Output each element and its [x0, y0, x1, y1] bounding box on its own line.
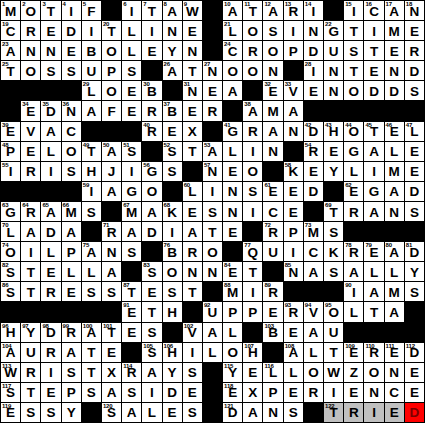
cell-r20c5[interactable]: S — [82, 383, 102, 403]
cell-r4c2[interactable]: O — [21, 61, 41, 81]
cell-r12c8[interactable]: D — [142, 222, 162, 242]
cell-r15c2[interactable]: T — [21, 282, 41, 302]
cell-r12c2[interactable]: A — [21, 222, 41, 242]
cell-r21c10[interactable]: S — [183, 403, 203, 423]
cell-r20c14[interactable]: P — [263, 383, 283, 403]
cell-r4c10[interactable]: T — [183, 61, 203, 81]
cell-r15c1[interactable]: 86S — [1, 282, 21, 302]
cell-r20c18[interactable]: E — [344, 383, 364, 403]
cell-r9c9[interactable]: S — [163, 162, 183, 182]
cell-r18c4[interactable]: A — [62, 343, 82, 363]
cell-r3c9[interactable]: Y — [163, 41, 183, 61]
cell-r18c1[interactable]: 104A — [1, 343, 21, 363]
cell-r3c20[interactable]: E — [385, 41, 405, 61]
cell-r13c9[interactable]: 76B — [163, 242, 183, 262]
cell-r9c21[interactable]: E — [405, 162, 425, 182]
cell-r1c19[interactable]: 16C — [364, 1, 384, 21]
cell-r17c3[interactable]: 98D — [41, 323, 61, 343]
cell-r5c7[interactable]: E — [122, 81, 142, 101]
cell-r19c14[interactable]: 116L — [263, 363, 283, 383]
cell-r1c15[interactable]: 13R — [284, 1, 304, 21]
cell-r10c14[interactable]: 61E — [263, 182, 283, 202]
cell-r20c10[interactable]: E — [183, 383, 203, 403]
cell-r3c10[interactable]: N — [183, 41, 203, 61]
cell-r3c3[interactable]: N — [41, 41, 61, 61]
cell-r19c3[interactable]: I — [41, 363, 61, 383]
cell-r2c4[interactable]: D — [62, 21, 82, 41]
cell-r18c10[interactable]: I — [183, 343, 203, 363]
cell-r1c20[interactable]: 17A — [385, 1, 405, 21]
cell-r19c2[interactable]: R — [21, 363, 41, 383]
cell-r3c15[interactable]: P — [284, 41, 304, 61]
cell-r10c10[interactable]: 60L — [183, 182, 203, 202]
cell-r4c14[interactable]: N — [263, 61, 283, 81]
cell-r21c2[interactable]: S — [21, 403, 41, 423]
cell-r18c15[interactable]: 108A — [284, 343, 304, 363]
cell-r19c12[interactable]: 115Y — [223, 363, 243, 383]
cell-r2c8[interactable]: I — [142, 21, 162, 41]
cell-r2c15[interactable]: I — [284, 21, 304, 41]
cell-r16c20[interactable]: A — [385, 302, 405, 322]
cell-r9c11[interactable]: 57N — [203, 162, 223, 182]
cell-r18c19[interactable]: 110R — [364, 343, 384, 363]
cell-r19c20[interactable]: N — [385, 363, 405, 383]
cell-r20c9[interactable]: D — [163, 383, 183, 403]
cell-r18c21[interactable]: 112D — [405, 343, 425, 363]
cell-r19c19[interactable]: O — [364, 363, 384, 383]
cell-r18c17[interactable]: T — [324, 343, 344, 363]
cell-r11c17[interactable]: 69T — [324, 202, 344, 222]
cell-r14c17[interactable]: S — [324, 262, 344, 282]
cell-r18c20[interactable]: 111E — [385, 343, 405, 363]
cell-r6c15[interactable]: A — [284, 101, 304, 121]
cell-r6c6[interactable]: F — [102, 101, 122, 121]
cell-r2c9[interactable]: N — [163, 21, 183, 41]
cell-r5c18[interactable]: O — [344, 81, 364, 101]
cell-r13c3[interactable]: L — [41, 242, 61, 262]
cell-r14c1[interactable]: 82S — [1, 262, 21, 282]
cell-r8c18[interactable]: G — [344, 142, 364, 162]
cell-r11c9[interactable]: 68K — [163, 202, 183, 222]
cell-r5c19[interactable]: D — [364, 81, 384, 101]
cell-r18c8[interactable]: 105S — [142, 343, 162, 363]
cell-r19c18[interactable]: Z — [344, 363, 364, 383]
cell-r10c7[interactable]: G — [122, 182, 142, 202]
cell-r7c1[interactable]: 39E — [1, 122, 21, 142]
cell-r12c17[interactable]: S — [324, 222, 344, 242]
cell-r19c21[interactable]: E — [405, 363, 425, 383]
cell-r11c20[interactable]: N — [385, 202, 405, 222]
cell-r6c2[interactable]: 34E — [21, 101, 41, 121]
cell-r14c13[interactable]: T — [243, 262, 263, 282]
cell-r14c10[interactable]: N — [183, 262, 203, 282]
cell-r1c2[interactable]: 2O — [21, 1, 41, 21]
cell-r6c4[interactable]: 36N — [62, 101, 82, 121]
cell-r15c3[interactable]: R — [41, 282, 61, 302]
cell-r11c21[interactable]: S — [405, 202, 425, 222]
cell-r21c7[interactable]: A — [122, 403, 142, 423]
cell-r4c1[interactable]: 25T — [1, 61, 21, 81]
cell-r10c19[interactable]: G — [364, 182, 384, 202]
cell-r9c17[interactable]: Y — [324, 162, 344, 182]
cell-r7c17[interactable]: 43H — [324, 122, 344, 142]
cell-r21c18[interactable]: R — [344, 403, 364, 423]
cell-r13c18[interactable]: 78R — [344, 242, 364, 262]
cell-r15c21[interactable]: S — [405, 282, 425, 302]
cell-r14c15[interactable]: 85N — [284, 262, 304, 282]
cell-r19c10[interactable]: S — [183, 363, 203, 383]
cell-r1c8[interactable]: 7T — [142, 1, 162, 21]
cell-r7c4[interactable]: C — [62, 122, 82, 142]
cell-r16c7[interactable]: 91E — [122, 302, 142, 322]
cell-r1c9[interactable]: 8A — [163, 1, 183, 21]
cell-r18c9[interactable]: 106H — [163, 343, 183, 363]
cell-r14c9[interactable]: O — [163, 262, 183, 282]
cell-r16c15[interactable]: 93R — [284, 302, 304, 322]
cell-r18c12[interactable]: O — [223, 343, 243, 363]
cell-r19c16[interactable]: O — [304, 363, 324, 383]
cell-r19c17[interactable]: W — [324, 363, 344, 383]
cell-r11c19[interactable]: A — [364, 202, 384, 222]
cell-r6c13[interactable]: 38A — [243, 101, 263, 121]
cell-r16c11[interactable]: 92U — [203, 302, 223, 322]
cell-r3c17[interactable]: U — [324, 41, 344, 61]
cell-r12c10[interactable]: A — [183, 222, 203, 242]
cell-r6c10[interactable]: E — [183, 101, 203, 121]
cell-r4c6[interactable]: P — [102, 61, 122, 81]
cell-r3c8[interactable]: E — [142, 41, 162, 61]
cell-r13c17[interactable]: K — [324, 242, 344, 262]
cell-r20c12[interactable]: 118E — [223, 383, 243, 403]
cell-r14c19[interactable]: L — [364, 262, 384, 282]
cell-r4c19[interactable]: E — [364, 61, 384, 81]
cell-r15c14[interactable]: 89R — [263, 282, 283, 302]
cell-r4c13[interactable]: O — [243, 61, 263, 81]
cell-r21c13[interactable]: A — [243, 403, 263, 423]
cell-r18c13[interactable]: 107H — [243, 343, 263, 363]
cell-r9c8[interactable]: 56G — [142, 162, 162, 182]
cell-r3c18[interactable]: S — [344, 41, 364, 61]
cell-r10c15[interactable]: E — [284, 182, 304, 202]
cell-r7c18[interactable]: 44O — [344, 122, 364, 142]
cell-r7c3[interactable]: A — [41, 122, 61, 142]
cell-r19c4[interactable]: S — [62, 363, 82, 383]
cell-r20c2[interactable]: T — [21, 383, 41, 403]
cell-r7c10[interactable]: X — [183, 122, 203, 142]
cell-r11c14[interactable]: C — [263, 202, 283, 222]
cell-r2c20[interactable]: M — [385, 21, 405, 41]
cell-r4c17[interactable]: N — [324, 61, 344, 81]
cell-r20c4[interactable]: P — [62, 383, 82, 403]
cell-r20c15[interactable]: E — [284, 383, 304, 403]
cell-r11c15[interactable]: E — [284, 202, 304, 222]
cell-r3c4[interactable]: E — [62, 41, 82, 61]
cell-r5c20[interactable]: D — [385, 81, 405, 101]
cell-r2c5[interactable]: I — [82, 21, 102, 41]
cell-r14c4[interactable]: L — [62, 262, 82, 282]
cell-r7c12[interactable]: 41G — [223, 122, 243, 142]
cell-r2c7[interactable]: L — [122, 21, 142, 41]
cell-r8c19[interactable]: A — [364, 142, 384, 162]
cell-r17c14[interactable]: 103B — [263, 323, 283, 343]
cell-r15c6[interactable]: S — [102, 282, 122, 302]
cell-r14c21[interactable]: Y — [405, 262, 425, 282]
cell-r4c21[interactable]: D — [405, 61, 425, 81]
cell-r19c9[interactable]: Y — [163, 363, 183, 383]
cell-r8c2[interactable]: E — [21, 142, 41, 162]
cell-r13c4[interactable]: P — [62, 242, 82, 262]
cell-r16c13[interactable]: P — [243, 302, 263, 322]
cell-r9c7[interactable]: I — [122, 162, 142, 182]
cell-r7c2[interactable]: V — [21, 122, 41, 142]
cell-r15c13[interactable]: I — [243, 282, 263, 302]
cell-r17c7[interactable]: E — [122, 323, 142, 343]
cell-r3c6[interactable]: O — [102, 41, 122, 61]
cell-r20c7[interactable]: S — [122, 383, 142, 403]
cell-r3c13[interactable]: R — [243, 41, 263, 61]
cell-r2c14[interactable]: S — [263, 21, 283, 41]
cell-r13c19[interactable]: 79E — [364, 242, 384, 262]
cell-r14c5[interactable]: L — [82, 262, 102, 282]
cell-r8c21[interactable]: E — [405, 142, 425, 162]
cell-r4c3[interactable]: S — [41, 61, 61, 81]
cell-r13c14[interactable]: U — [263, 242, 283, 262]
cell-r1c12[interactable]: 10A — [223, 1, 243, 21]
cell-r11c10[interactable]: E — [183, 202, 203, 222]
cell-r10c16[interactable]: D — [304, 182, 324, 202]
cell-r9c20[interactable]: M — [385, 162, 405, 182]
cell-r11c3[interactable]: 65A — [41, 202, 61, 222]
cell-r8c4[interactable]: O — [62, 142, 82, 162]
cell-r19c13[interactable]: E — [243, 363, 263, 383]
cell-r15c8[interactable]: E — [142, 282, 162, 302]
cell-r1c10[interactable]: 9W — [183, 1, 203, 21]
cell-r20c8[interactable]: I — [142, 383, 162, 403]
cell-r9c15[interactable]: 58K — [284, 162, 304, 182]
cell-r13c15[interactable]: I — [284, 242, 304, 262]
cell-r13c10[interactable]: R — [183, 242, 203, 262]
cell-r13c21[interactable]: 81D — [405, 242, 425, 262]
cell-r21c17[interactable]: 122T — [324, 403, 344, 423]
cell-r18c11[interactable]: L — [203, 343, 223, 363]
cell-r12c3[interactable]: D — [41, 222, 61, 242]
cell-r15c19[interactable]: A — [364, 282, 384, 302]
cell-r1c18[interactable]: 15I — [344, 1, 364, 21]
cell-r7c21[interactable]: 47L — [405, 122, 425, 142]
cell-r9c3[interactable]: I — [41, 162, 61, 182]
cell-r14c2[interactable]: T — [21, 262, 41, 282]
cell-r15c10[interactable]: T — [183, 282, 203, 302]
cell-r11c11[interactable]: S — [203, 202, 223, 222]
cell-r18c3[interactable]: R — [41, 343, 61, 363]
cell-r18c6[interactable]: E — [102, 343, 122, 363]
cell-r15c20[interactable]: M — [385, 282, 405, 302]
cell-r20c16[interactable]: R — [304, 383, 324, 403]
cell-r3c5[interactable]: B — [82, 41, 102, 61]
cell-r2c19[interactable]: I — [364, 21, 384, 41]
cell-r5c8[interactable]: 30B — [142, 81, 162, 101]
cell-r19c1[interactable]: 113W — [1, 363, 21, 383]
cell-r13c16[interactable]: C — [304, 242, 324, 262]
cell-r15c7[interactable]: 87T — [122, 282, 142, 302]
cell-r7c8[interactable]: 40R — [142, 122, 162, 142]
cell-r2c18[interactable]: T — [344, 21, 364, 41]
cell-r2c1[interactable]: 19C — [1, 21, 21, 41]
cell-r13c2[interactable]: I — [21, 242, 41, 262]
cell-r12c11[interactable]: T — [203, 222, 223, 242]
cell-r16c17[interactable]: 95O — [324, 302, 344, 322]
cell-r17c15[interactable]: E — [284, 323, 304, 343]
cell-r21c1[interactable]: 119E — [1, 403, 21, 423]
cell-r19c5[interactable]: T — [82, 363, 102, 383]
cell-r20c20[interactable]: C — [385, 383, 405, 403]
cell-r6c8[interactable]: R — [142, 101, 162, 121]
cell-r3c7[interactable]: L — [122, 41, 142, 61]
cell-r3c14[interactable]: O — [263, 41, 283, 61]
cell-r21c12[interactable]: 121D — [223, 403, 243, 423]
cell-r11c8[interactable]: A — [142, 202, 162, 222]
cell-r5c16[interactable]: E — [304, 81, 324, 101]
cell-r9c12[interactable]: E — [223, 162, 243, 182]
cell-r17c1[interactable]: 96H — [1, 323, 21, 343]
cell-r17c5[interactable]: 100A — [82, 323, 102, 343]
cell-r8c17[interactable]: E — [324, 142, 344, 162]
cell-r4c12[interactable]: O — [223, 61, 243, 81]
cell-r15c9[interactable]: S — [163, 282, 183, 302]
cell-r8c1[interactable]: 48P — [1, 142, 21, 162]
cell-r6c5[interactable]: A — [82, 101, 102, 121]
cell-r21c15[interactable]: S — [284, 403, 304, 423]
cell-r9c1[interactable]: 55I — [1, 162, 21, 182]
cell-r8c9[interactable]: 52S — [163, 142, 183, 162]
cell-r2c6[interactable]: 20T — [102, 21, 122, 41]
cell-r20c19[interactable]: N — [364, 383, 384, 403]
cell-r7c14[interactable]: A — [263, 122, 283, 142]
cell-r1c1[interactable]: 1M — [1, 1, 21, 21]
cell-r2c3[interactable]: E — [41, 21, 61, 41]
cell-r11c2[interactable]: 64R — [21, 202, 41, 222]
cell-r11c5[interactable]: S — [82, 202, 102, 222]
cell-r12c16[interactable]: 73M — [304, 222, 324, 242]
cell-r20c1[interactable]: 117S — [1, 383, 21, 403]
cell-r19c15[interactable]: L — [284, 363, 304, 383]
cell-r8c6[interactable]: 50A — [102, 142, 122, 162]
cell-r5c6[interactable]: O — [102, 81, 122, 101]
cell-r17c12[interactable]: L — [223, 323, 243, 343]
cell-r8c5[interactable]: 49T — [82, 142, 102, 162]
cell-r3c21[interactable]: R — [405, 41, 425, 61]
cell-r11c7[interactable]: 67M — [122, 202, 142, 222]
cell-r3c1[interactable]: 23A — [1, 41, 21, 61]
cell-r14c11[interactable]: N — [203, 262, 223, 282]
cell-r10c8[interactable]: O — [142, 182, 162, 202]
cell-r16c18[interactable]: L — [344, 302, 364, 322]
cell-r14c6[interactable]: A — [102, 262, 122, 282]
cell-r13c6[interactable]: N — [102, 242, 122, 262]
cell-r17c4[interactable]: 99R — [62, 323, 82, 343]
cell-r5c5[interactable]: 29L — [82, 81, 102, 101]
cell-r21c19[interactable]: I — [364, 403, 384, 423]
cell-r16c14[interactable]: E — [263, 302, 283, 322]
cell-r10c18[interactable]: 62E — [344, 182, 364, 202]
cell-r20c3[interactable]: E — [41, 383, 61, 403]
cell-r10c6[interactable]: A — [102, 182, 122, 202]
cell-r4c11[interactable]: 27N — [203, 61, 223, 81]
cell-r7c15[interactable]: N — [284, 122, 304, 142]
cell-r11c12[interactable]: N — [223, 202, 243, 222]
cell-r9c5[interactable]: H — [82, 162, 102, 182]
cell-r9c19[interactable]: I — [364, 162, 384, 182]
cell-r8c11[interactable]: 53A — [203, 142, 223, 162]
cell-r9c4[interactable]: S — [62, 162, 82, 182]
cell-r8c12[interactable]: L — [223, 142, 243, 162]
cell-r18c16[interactable]: L — [304, 343, 324, 363]
cell-r8c3[interactable]: L — [41, 142, 61, 162]
cell-r16c9[interactable]: H — [163, 302, 183, 322]
cell-r1c16[interactable]: 14I — [304, 1, 324, 21]
cell-r10c12[interactable]: N — [223, 182, 243, 202]
cell-r14c16[interactable]: A — [304, 262, 324, 282]
cell-r19c6[interactable]: X — [102, 363, 122, 383]
cell-r21c8[interactable]: L — [142, 403, 162, 423]
cell-r17c17[interactable]: U — [324, 323, 344, 343]
cell-r9c2[interactable]: R — [21, 162, 41, 182]
cell-r11c13[interactable]: I — [243, 202, 263, 222]
cell-r20c21[interactable]: E — [405, 383, 425, 403]
cell-r21c4[interactable]: Y — [62, 403, 82, 423]
cell-r1c4[interactable]: 4I — [62, 1, 82, 21]
cell-r16c12[interactable]: P — [223, 302, 243, 322]
cell-r16c19[interactable]: T — [364, 302, 384, 322]
cell-r16c16[interactable]: 94V — [304, 302, 324, 322]
cell-r2c10[interactable]: E — [183, 21, 203, 41]
cell-r15c12[interactable]: 88M — [223, 282, 243, 302]
cell-r13c1[interactable]: 74O — [1, 242, 21, 262]
cell-r4c16[interactable]: 28I — [304, 61, 324, 81]
cell-r14c8[interactable]: 83S — [142, 262, 162, 282]
cell-r10c21[interactable]: D — [405, 182, 425, 202]
cell-r15c18[interactable]: 90I — [344, 282, 364, 302]
cell-r2c2[interactable]: R — [21, 21, 41, 41]
cell-r1c21[interactable]: 18N — [405, 1, 425, 21]
cell-r14c3[interactable]: E — [41, 262, 61, 282]
cell-r1c7[interactable]: 6I — [122, 1, 142, 21]
cell-r11c18[interactable]: R — [344, 202, 364, 222]
cell-r21c3[interactable]: S — [41, 403, 61, 423]
cell-r2c16[interactable]: N — [304, 21, 324, 41]
cell-r5c15[interactable]: 33V — [284, 81, 304, 101]
cell-r18c2[interactable]: U — [21, 343, 41, 363]
cell-r14c12[interactable]: 84E — [223, 262, 243, 282]
cell-r17c16[interactable]: A — [304, 323, 324, 343]
cell-r4c18[interactable]: T — [344, 61, 364, 81]
cell-r4c5[interactable]: U — [82, 61, 102, 81]
cell-r19c7[interactable]: 114R — [122, 363, 142, 383]
cell-r10c20[interactable]: A — [385, 182, 405, 202]
cell-r12c9[interactable]: I — [163, 222, 183, 242]
cell-r8c14[interactable]: N — [263, 142, 283, 162]
cell-r12c12[interactable]: E — [223, 222, 243, 242]
cell-r19c8[interactable]: A — [142, 363, 162, 383]
cell-r5c17[interactable]: N — [324, 81, 344, 101]
cell-r15c5[interactable]: S — [82, 282, 102, 302]
cell-r13c20[interactable]: 80A — [385, 242, 405, 262]
cell-r8c10[interactable]: T — [183, 142, 203, 162]
cell-r18c18[interactable]: 109E — [344, 343, 364, 363]
cell-r8c16[interactable]: 54R — [304, 142, 324, 162]
cell-r21c6[interactable]: 120S — [102, 403, 122, 423]
cell-r18c5[interactable]: T — [82, 343, 102, 363]
